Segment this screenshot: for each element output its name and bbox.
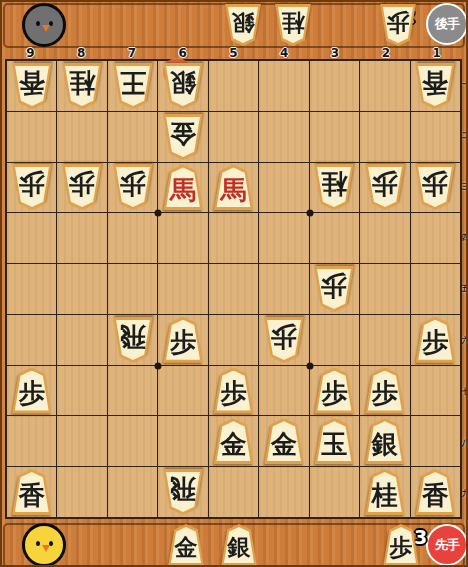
piece-kanji: 飛 [112, 317, 154, 363]
piece-kanji: 歩 [414, 164, 456, 210]
star-point [154, 209, 161, 216]
shogi-piece-sente[interactable]: 金 [263, 418, 305, 464]
board-square-7九[interactable] [108, 467, 157, 517]
shogi-piece-gote[interactable]: 飛 [112, 317, 154, 363]
shogi-piece-gote[interactable]: 金 [162, 114, 204, 160]
shogi-piece-gote[interactable]: 桂 [274, 4, 312, 46]
board-square-7七[interactable] [108, 366, 157, 416]
rank-label: 六 [461, 315, 468, 366]
board-square-1一[interactable]: 香 [411, 61, 460, 111]
sente-player-badge: 先手 [426, 524, 468, 566]
piece-kanji: 歩 [162, 317, 204, 363]
rank-label: 九 [461, 468, 468, 519]
file-coordinates: 987654321 [5, 46, 462, 59]
board-square-9三[interactable]: 歩 [7, 163, 56, 213]
board-square-3四[interactable] [310, 213, 359, 263]
board-square-8五[interactable] [57, 264, 106, 314]
board-square-2七[interactable]: 歩 [360, 366, 409, 416]
shogi-board: 香桂王銀香金歩歩歩馬馬桂歩歩歩飛歩歩歩歩歩歩歩金金玉銀香飛桂香 [5, 59, 462, 519]
board-square-4五[interactable] [259, 264, 308, 314]
board-square-1六[interactable]: 歩 [411, 315, 460, 365]
board-square-5九[interactable] [209, 467, 258, 517]
shogi-piece-gote[interactable]: 飛 [162, 469, 204, 515]
board-square-8八[interactable] [57, 416, 106, 466]
board-square-8三[interactable]: 歩 [57, 163, 106, 213]
piece-kanji: 金 [263, 418, 305, 464]
shogi-piece-gote[interactable]: 歩 [112, 164, 154, 210]
piece-kanji: 歩 [382, 524, 420, 566]
board-square-8四[interactable] [57, 213, 106, 263]
shogi-app: 後手 先手 2 3 987654321 一二三四五六七八九 香桂王銀香金歩歩歩馬… [0, 0, 468, 567]
board-square-9八[interactable] [7, 416, 56, 466]
piece-kanji: 歩 [313, 368, 355, 414]
board-square-9二[interactable] [7, 112, 56, 162]
file-label-9: 9 [5, 46, 56, 60]
shogi-piece-sente[interactable]: 桂 [364, 469, 406, 515]
piece-kanji: 香 [11, 63, 53, 109]
piece-kanji: 銀 [162, 63, 204, 109]
piece-kanji: 歩 [379, 4, 417, 46]
board-square-1五[interactable] [411, 264, 460, 314]
shogi-piece-sente[interactable]: 金 [167, 524, 205, 566]
board-square-3三[interactable]: 桂 [310, 163, 359, 213]
piece-kanji: 飛 [162, 469, 204, 515]
piece-kanji: 歩 [263, 317, 305, 363]
shogi-piece-gote[interactable]: 香 [11, 63, 53, 109]
shogi-piece-sente[interactable]: 歩 [414, 317, 456, 363]
board-square-2二[interactable] [360, 112, 409, 162]
piece-kanji: 歩 [313, 266, 355, 312]
board-square-1三[interactable]: 歩 [411, 163, 460, 213]
shogi-piece-sente[interactable]: 金 [212, 418, 254, 464]
shogi-piece-gote[interactable]: 歩 [364, 164, 406, 210]
shogi-piece-sente[interactable]: 歩 [364, 368, 406, 414]
rank-label: 五 [461, 263, 468, 314]
board-square-7四[interactable] [108, 213, 157, 263]
board-square-7八[interactable] [108, 416, 157, 466]
board-square-9五[interactable] [7, 264, 56, 314]
board-square-4八[interactable]: 金 [259, 416, 308, 466]
board-square-3二[interactable] [310, 112, 359, 162]
piece-kanji: 馬 [212, 164, 254, 210]
board-square-6四[interactable] [158, 213, 207, 263]
shogi-piece-sente[interactable]: 銀 [364, 418, 406, 464]
board-square-2一[interactable] [360, 61, 409, 111]
board-square-5五[interactable] [209, 264, 258, 314]
rank-label: 七 [461, 366, 468, 417]
piece-kanji: 歩 [11, 368, 53, 414]
shogi-piece-sente[interactable]: 馬 [162, 164, 204, 210]
piece-kanji: 馬 [162, 164, 204, 210]
board-area: 香桂王銀香金歩歩歩馬馬桂歩歩歩飛歩歩歩歩歩歩歩金金玉銀香飛桂香 [5, 59, 462, 519]
board-square-1七[interactable] [411, 366, 460, 416]
piece-kanji: 王 [112, 63, 154, 109]
shogi-piece-sente[interactable]: 歩 [212, 368, 254, 414]
piece-kanji: 歩 [11, 164, 53, 210]
avatar-beak-icon [42, 25, 50, 32]
board-square-7六[interactable]: 飛 [108, 315, 157, 365]
board-square-5七[interactable]: 歩 [209, 366, 258, 416]
board-square-6六[interactable]: 歩 [158, 315, 207, 365]
board-square-7一[interactable]: 王 [108, 61, 157, 111]
piece-kanji: 桂 [364, 469, 406, 515]
rank-label: 八 [461, 417, 468, 468]
board-square-5一[interactable] [209, 61, 258, 111]
board-square-8一[interactable]: 桂 [57, 61, 106, 111]
piece-kanji: 金 [212, 418, 254, 464]
board-square-6八[interactable] [158, 416, 207, 466]
board-square-9一[interactable]: 香 [7, 61, 56, 111]
shogi-piece-sente[interactable]: 玉 [313, 418, 355, 464]
piece-kanji: 銀 [224, 4, 262, 46]
shogi-piece-gote[interactable]: 歩 [263, 317, 305, 363]
board-square-1八[interactable] [411, 416, 460, 466]
shogi-piece-gote[interactable]: 銀 [224, 4, 262, 46]
file-label-4: 4 [259, 46, 310, 60]
board-square-8二[interactable] [57, 112, 106, 162]
shogi-piece-gote[interactable]: 桂 [61, 63, 103, 109]
board-square-1九[interactable]: 香 [411, 467, 460, 517]
board-square-4三[interactable] [259, 163, 308, 213]
board-square-7二[interactable] [108, 112, 157, 162]
shogi-piece-gote[interactable]: 歩 [313, 266, 355, 312]
board-square-5二[interactable] [209, 112, 258, 162]
piece-kanji: 金 [167, 524, 205, 566]
piece-kanji: 歩 [414, 317, 456, 363]
board-square-5三[interactable]: 馬 [209, 163, 258, 213]
board-square-6二[interactable]: 金 [158, 112, 207, 162]
board-square-9七[interactable]: 歩 [7, 366, 56, 416]
board-square-2六[interactable] [360, 315, 409, 365]
board-square-4四[interactable] [259, 213, 308, 263]
board-square-6七[interactable] [158, 366, 207, 416]
piece-kanji: 銀 [220, 524, 258, 566]
board-square-5八[interactable]: 金 [209, 416, 258, 466]
piece-kanji: 歩 [364, 164, 406, 210]
star-point [306, 362, 313, 369]
rank-label: 一 [461, 59, 468, 110]
shogi-piece-sente[interactable]: 歩 [162, 317, 204, 363]
piece-kanji: 金 [162, 114, 204, 160]
piece-kanji: 桂 [313, 164, 355, 210]
shogi-piece-sente[interactable]: 歩 [11, 368, 53, 414]
shogi-piece-sente[interactable]: 歩 [313, 368, 355, 414]
shogi-piece-gote[interactable]: 歩 [379, 4, 417, 46]
board-square-6一[interactable]: 銀 [158, 61, 207, 111]
board-square-6九[interactable]: 飛 [158, 467, 207, 517]
board-square-4六[interactable]: 歩 [259, 315, 308, 365]
board-square-2八[interactable]: 銀 [360, 416, 409, 466]
shogi-piece-sente[interactable]: 歩 [382, 524, 420, 566]
shogi-piece-gote[interactable]: 桂 [313, 164, 355, 210]
piece-kanji: 香 [414, 469, 456, 515]
file-label-8: 8 [56, 46, 107, 60]
board-square-8七[interactable] [57, 366, 106, 416]
piece-kanji: 香 [11, 469, 53, 515]
board-square-2九[interactable]: 桂 [360, 467, 409, 517]
shogi-piece-gote[interactable]: 銀 [162, 63, 204, 109]
board-square-4二[interactable] [259, 112, 308, 162]
shogi-piece-gote[interactable]: 歩 [11, 164, 53, 210]
board-square-6三[interactable]: 馬 [158, 163, 207, 213]
shogi-piece-sente[interactable]: 香 [414, 469, 456, 515]
shogi-piece-gote[interactable]: 歩 [414, 164, 456, 210]
piece-kanji: 歩 [212, 368, 254, 414]
sente-chick-avatar [22, 523, 66, 567]
avatar-eye-icon [36, 541, 40, 546]
board-square-5六[interactable] [209, 315, 258, 365]
board-square-9四[interactable] [7, 213, 56, 263]
board-square-8六[interactable] [57, 315, 106, 365]
board-square-7五[interactable] [108, 264, 157, 314]
shogi-piece-sente[interactable]: 馬 [212, 164, 254, 210]
board-square-6五[interactable] [158, 264, 207, 314]
gote-player-badge: 後手 [426, 3, 468, 45]
board-square-3一[interactable] [310, 61, 359, 111]
file-label-3: 3 [310, 46, 361, 60]
board-square-2四[interactable] [360, 213, 409, 263]
piece-kanji: 歩 [61, 164, 103, 210]
board-square-9六[interactable] [7, 315, 56, 365]
piece-kanji: 歩 [364, 368, 406, 414]
board-square-3八[interactable]: 玉 [310, 416, 359, 466]
board-square-3七[interactable]: 歩 [310, 366, 359, 416]
board-square-1二[interactable] [411, 112, 460, 162]
avatar-eye-icon [36, 21, 40, 26]
piece-kanji: 香 [414, 63, 456, 109]
shogi-piece-gote[interactable]: 王 [112, 63, 154, 109]
shogi-piece-gote[interactable]: 香 [414, 63, 456, 109]
rank-label: 四 [461, 212, 468, 263]
piece-kanji: 桂 [274, 4, 312, 46]
board-square-3六[interactable] [310, 315, 359, 365]
file-label-5: 5 [208, 46, 259, 60]
rank-coordinates: 一二三四五六七八九 [461, 59, 468, 519]
piece-kanji: 桂 [61, 63, 103, 109]
rank-label: 三 [461, 161, 468, 212]
file-label-1: 1 [411, 46, 462, 60]
avatar-beak-icon [42, 545, 50, 552]
board-square-4九[interactable] [259, 467, 308, 517]
piece-kanji: 玉 [313, 418, 355, 464]
board-square-2五[interactable] [360, 264, 409, 314]
shogi-piece-sente[interactable]: 銀 [220, 524, 258, 566]
board-square-5四[interactable] [209, 213, 258, 263]
star-point [306, 209, 313, 216]
file-label-2: 2 [360, 46, 411, 60]
piece-kanji: 歩 [112, 164, 154, 210]
gote-chick-avatar [22, 3, 66, 47]
board-square-1四[interactable] [411, 213, 460, 263]
board-square-8九[interactable] [57, 467, 106, 517]
board-square-4一[interactable] [259, 61, 308, 111]
board-square-2三[interactable]: 歩 [360, 163, 409, 213]
file-label-7: 7 [107, 46, 158, 60]
star-point [154, 362, 161, 369]
shogi-piece-gote[interactable]: 歩 [61, 164, 103, 210]
board-square-4七[interactable] [259, 366, 308, 416]
file-label-6: 6 [157, 46, 208, 60]
piece-kanji: 銀 [364, 418, 406, 464]
board-square-3九[interactable] [310, 467, 359, 517]
board-square-3五[interactable]: 歩 [310, 264, 359, 314]
rank-label: 二 [461, 110, 468, 161]
board-square-9九[interactable]: 香 [7, 467, 56, 517]
shogi-piece-sente[interactable]: 香 [11, 469, 53, 515]
board-square-7三[interactable]: 歩 [108, 163, 157, 213]
